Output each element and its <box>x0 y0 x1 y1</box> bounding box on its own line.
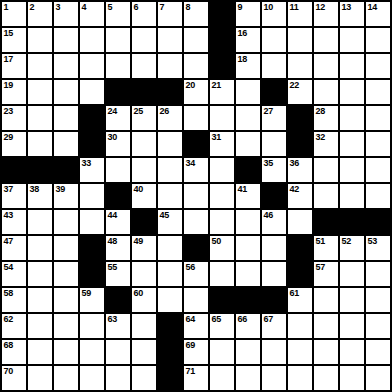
cell-r2c3[interactable] <box>54 28 78 52</box>
cell-r4c9[interactable]: 21 <box>210 80 234 104</box>
cell-r11c15[interactable] <box>366 262 390 286</box>
cell-r5c2[interactable] <box>28 106 52 130</box>
cell-r12c4[interactable]: 59 <box>80 288 104 312</box>
cell-r14c5[interactable] <box>106 340 130 364</box>
cell-r10c12 <box>288 236 312 260</box>
cell-r12c2[interactable] <box>28 288 52 312</box>
cell-r14c10[interactable] <box>236 340 260 364</box>
cell-r3c7[interactable] <box>158 54 182 78</box>
clue-number: 51 <box>316 236 325 246</box>
cell-r6c9[interactable]: 31 <box>210 132 234 156</box>
cell-r1c10[interactable]: 9 <box>236 2 260 26</box>
clue-number: 40 <box>134 184 143 194</box>
cell-r1c13[interactable]: 12 <box>314 2 338 26</box>
cell-r4c1[interactable]: 19 <box>2 80 26 104</box>
cell-r14c12[interactable] <box>288 340 312 364</box>
cell-r13c2[interactable] <box>28 314 52 338</box>
cell-r10c14[interactable]: 52 <box>340 236 364 260</box>
cell-r11c2[interactable] <box>28 262 52 286</box>
cell-r2c14[interactable] <box>340 28 364 52</box>
clue-number: 70 <box>4 366 13 376</box>
cell-r15c2[interactable] <box>28 366 52 390</box>
clue-number: 9 <box>238 2 243 12</box>
cell-r9c8[interactable] <box>184 210 208 234</box>
cell-r10c2[interactable] <box>28 236 52 260</box>
cell-r10c15[interactable]: 53 <box>366 236 390 260</box>
cell-r11c8[interactable]: 56 <box>184 262 208 286</box>
cell-r15c8[interactable]: 71 <box>184 366 208 390</box>
clue-number: 69 <box>186 340 195 350</box>
cell-r7c11[interactable]: 35 <box>262 158 286 182</box>
cell-r15c12[interactable] <box>288 366 312 390</box>
cell-r6c6[interactable] <box>132 132 156 156</box>
cell-r3c9 <box>210 54 234 78</box>
cell-r14c2[interactable] <box>28 340 52 364</box>
cell-r3c3[interactable] <box>54 54 78 78</box>
cell-r7c6[interactable] <box>132 158 156 182</box>
cell-r6c11[interactable] <box>262 132 286 156</box>
cell-r14c1[interactable]: 68 <box>2 340 26 364</box>
clue-number: 30 <box>108 132 117 142</box>
clue-number: 66 <box>238 314 247 324</box>
cell-r6c4 <box>80 132 104 156</box>
cell-r2c4[interactable] <box>80 28 104 52</box>
clue-number: 52 <box>342 236 351 246</box>
cell-r14c13[interactable] <box>314 340 338 364</box>
cell-r3c4[interactable] <box>80 54 104 78</box>
cell-r6c3[interactable] <box>54 132 78 156</box>
cell-r8c13[interactable] <box>314 184 338 208</box>
cell-r14c8[interactable]: 69 <box>184 340 208 364</box>
cell-r10c13[interactable]: 51 <box>314 236 338 260</box>
cell-r13c6[interactable] <box>132 314 156 338</box>
clue-number: 27 <box>264 106 273 116</box>
cell-r2c7[interactable] <box>158 28 182 52</box>
cell-r11c9[interactable] <box>210 262 234 286</box>
cell-r15c6[interactable] <box>132 366 156 390</box>
cell-r13c1[interactable]: 62 <box>2 314 26 338</box>
cell-r9c13 <box>314 210 338 234</box>
cell-r9c3[interactable] <box>54 210 78 234</box>
cell-r11c3[interactable] <box>54 262 78 286</box>
cell-r8c5 <box>106 184 130 208</box>
cell-r12c5 <box>106 288 130 312</box>
clue-number: 21 <box>212 80 221 90</box>
cell-r15c3[interactable] <box>54 366 78 390</box>
cell-r5c12 <box>288 106 312 130</box>
clue-number: 62 <box>4 314 13 324</box>
cell-r11c5[interactable]: 55 <box>106 262 130 286</box>
cell-r6c8 <box>184 132 208 156</box>
cell-r3c15[interactable] <box>366 54 390 78</box>
cell-r11c11[interactable] <box>262 262 286 286</box>
cell-r14c11[interactable] <box>262 340 286 364</box>
cell-r14c7 <box>158 340 182 364</box>
cell-r14c15[interactable] <box>366 340 390 364</box>
clue-number: 48 <box>108 236 117 246</box>
clue-number: 2 <box>30 2 35 12</box>
cell-r2c2[interactable] <box>28 28 52 52</box>
cell-r1c1[interactable]: 1 <box>2 2 26 26</box>
cell-r1c8[interactable]: 8 <box>184 2 208 26</box>
clue-number: 39 <box>56 184 65 194</box>
clue-number: 65 <box>212 314 221 324</box>
cell-r1c4[interactable]: 4 <box>80 2 104 26</box>
cell-r15c13[interactable] <box>314 366 338 390</box>
cell-r8c3[interactable]: 39 <box>54 184 78 208</box>
clue-number: 20 <box>186 80 195 90</box>
cell-r1c12[interactable]: 11 <box>288 2 312 26</box>
cell-r13c5[interactable]: 63 <box>106 314 130 338</box>
cell-r9c4[interactable] <box>80 210 104 234</box>
cell-r10c1[interactable]: 47 <box>2 236 26 260</box>
cell-r4c5 <box>106 80 130 104</box>
cell-r6c15[interactable] <box>366 132 390 156</box>
cell-r10c11[interactable] <box>262 236 286 260</box>
clue-number: 28 <box>316 106 325 116</box>
cell-r2c13[interactable] <box>314 28 338 52</box>
cell-r12c12[interactable]: 61 <box>288 288 312 312</box>
cell-r4c13[interactable] <box>314 80 338 104</box>
cell-r12c15[interactable] <box>366 288 390 312</box>
cell-r7c13[interactable] <box>314 158 338 182</box>
cell-r1c7[interactable]: 7 <box>158 2 182 26</box>
clue-number: 23 <box>4 106 13 116</box>
cell-r3c11[interactable] <box>262 54 286 78</box>
clue-number: 63 <box>108 314 117 324</box>
clue-number: 17 <box>4 54 13 64</box>
cell-r4c10[interactable] <box>236 80 260 104</box>
cell-r13c4[interactable] <box>80 314 104 338</box>
cell-r15c14[interactable] <box>340 366 364 390</box>
cell-r10c5[interactable]: 48 <box>106 236 130 260</box>
cell-r1c6[interactable]: 6 <box>132 2 156 26</box>
cell-r15c9[interactable] <box>210 366 234 390</box>
cell-r14c3[interactable] <box>54 340 78 364</box>
cell-r7c14[interactable] <box>340 158 364 182</box>
cell-r4c15[interactable] <box>366 80 390 104</box>
cell-r2c5[interactable] <box>106 28 130 52</box>
clue-number: 64 <box>186 314 195 324</box>
clue-number: 46 <box>264 210 273 220</box>
cell-r4c8[interactable]: 20 <box>184 80 208 104</box>
cell-r8c8[interactable] <box>184 184 208 208</box>
clue-number: 4 <box>82 2 87 12</box>
clue-number: 35 <box>264 158 273 168</box>
cell-r1c3[interactable]: 3 <box>54 2 78 26</box>
cell-r8c1[interactable]: 37 <box>2 184 26 208</box>
cell-r7c1 <box>2 158 26 182</box>
cell-r4c14[interactable] <box>340 80 364 104</box>
cell-r9c1[interactable]: 43 <box>2 210 26 234</box>
cell-r13c12[interactable] <box>288 314 312 338</box>
cell-r5c10[interactable] <box>236 106 260 130</box>
clue-number: 13 <box>342 2 351 12</box>
cell-r9c6 <box>132 210 156 234</box>
clue-number: 44 <box>108 210 117 220</box>
clue-number: 33 <box>82 158 91 168</box>
cell-r14c4[interactable] <box>80 340 104 364</box>
cell-r7c10 <box>236 158 260 182</box>
clue-number: 24 <box>108 106 117 116</box>
cell-r12c7[interactable] <box>158 288 182 312</box>
cell-r11c13[interactable]: 57 <box>314 262 338 286</box>
cell-r8c9[interactable] <box>210 184 234 208</box>
cell-r8c2[interactable]: 38 <box>28 184 52 208</box>
cell-r13c11[interactable]: 67 <box>262 314 286 338</box>
clue-number: 49 <box>134 236 143 246</box>
clue-number: 16 <box>238 28 247 38</box>
cell-r8c10[interactable]: 41 <box>236 184 260 208</box>
cell-r8c4[interactable] <box>80 184 104 208</box>
cell-r3c5[interactable] <box>106 54 130 78</box>
cell-r12c6[interactable]: 60 <box>132 288 156 312</box>
cell-r10c6[interactable]: 49 <box>132 236 156 260</box>
cell-r8c7[interactable] <box>158 184 182 208</box>
clue-number: 53 <box>368 236 377 246</box>
clue-number: 12 <box>316 2 325 12</box>
cell-r12c9 <box>210 288 234 312</box>
cell-r4c12[interactable]: 22 <box>288 80 312 104</box>
crossword-grid: 1234567891011121314151617181920212223242… <box>0 0 392 392</box>
clue-number: 38 <box>30 184 39 194</box>
cell-r5c13[interactable]: 28 <box>314 106 338 130</box>
cell-r12c13[interactable] <box>314 288 338 312</box>
cell-r6c7[interactable] <box>158 132 182 156</box>
cell-r9c2[interactable] <box>28 210 52 234</box>
cell-r1c2[interactable]: 2 <box>28 2 52 26</box>
cell-r7c2 <box>28 158 52 182</box>
cell-r7c5[interactable] <box>106 158 130 182</box>
cell-r10c8 <box>184 236 208 260</box>
cell-r13c13[interactable] <box>314 314 338 338</box>
clue-number: 67 <box>264 314 273 324</box>
clue-number: 19 <box>4 80 13 90</box>
cell-r15c11[interactable] <box>262 366 286 390</box>
clue-number: 41 <box>238 184 247 194</box>
cell-r8c12[interactable]: 42 <box>288 184 312 208</box>
cell-r11c12 <box>288 262 312 286</box>
cell-r10c4 <box>80 236 104 260</box>
cell-r5c5[interactable]: 24 <box>106 106 130 130</box>
cell-r4c4[interactable] <box>80 80 104 104</box>
cell-r5c4 <box>80 106 104 130</box>
cell-r4c2[interactable] <box>28 80 52 104</box>
cell-r6c2[interactable] <box>28 132 52 156</box>
cell-r2c6[interactable] <box>132 28 156 52</box>
cell-r7c15[interactable] <box>366 158 390 182</box>
cell-r10c3[interactable] <box>54 236 78 260</box>
cell-r12c3[interactable] <box>54 288 78 312</box>
cell-r9c5[interactable]: 44 <box>106 210 130 234</box>
cell-r11c6[interactable] <box>132 262 156 286</box>
cell-r2c1[interactable]: 15 <box>2 28 26 52</box>
clue-number: 10 <box>264 2 273 12</box>
clue-number: 58 <box>4 288 13 298</box>
cell-r3c2[interactable] <box>28 54 52 78</box>
clue-number: 18 <box>238 54 247 64</box>
cell-r2c15[interactable] <box>366 28 390 52</box>
cell-r6c14[interactable] <box>340 132 364 156</box>
cell-r15c1[interactable]: 70 <box>2 366 26 390</box>
cell-r12c14[interactable] <box>340 288 364 312</box>
clue-number: 37 <box>4 184 13 194</box>
cell-r13c7 <box>158 314 182 338</box>
clue-number: 22 <box>290 80 299 90</box>
cell-r6c5[interactable]: 30 <box>106 132 130 156</box>
cell-r15c4[interactable] <box>80 366 104 390</box>
cell-r5c9[interactable] <box>210 106 234 130</box>
clue-number: 31 <box>212 132 221 142</box>
clue-number: 26 <box>160 106 169 116</box>
cell-r12c10 <box>236 288 260 312</box>
cell-r3c6[interactable] <box>132 54 156 78</box>
cell-r4c6 <box>132 80 156 104</box>
cell-r2c10[interactable]: 16 <box>236 28 260 52</box>
clue-number: 29 <box>4 132 13 142</box>
clue-number: 1 <box>4 2 9 12</box>
cell-r5c1[interactable]: 23 <box>2 106 26 130</box>
cell-r1c5[interactable]: 5 <box>106 2 130 26</box>
clue-number: 61 <box>290 288 299 298</box>
cell-r1c11[interactable]: 10 <box>262 2 286 26</box>
cell-r15c10[interactable] <box>236 366 260 390</box>
clue-number: 68 <box>4 340 13 350</box>
clue-number: 14 <box>368 2 377 12</box>
cell-r10c7[interactable] <box>158 236 182 260</box>
clue-number: 7 <box>160 2 165 12</box>
cell-r13c10[interactable]: 66 <box>236 314 260 338</box>
cell-r11c14[interactable] <box>340 262 364 286</box>
clue-number: 50 <box>212 236 221 246</box>
cell-r14c14[interactable] <box>340 340 364 364</box>
clue-number: 60 <box>134 288 143 298</box>
cell-r1c14[interactable]: 13 <box>340 2 364 26</box>
cell-r9c9[interactable] <box>210 210 234 234</box>
clue-number: 57 <box>316 262 325 272</box>
cell-r15c7 <box>158 366 182 390</box>
clue-number: 3 <box>56 2 61 12</box>
clue-number: 71 <box>186 366 195 376</box>
clue-number: 43 <box>4 210 13 220</box>
clue-number: 47 <box>4 236 13 246</box>
cell-r7c12[interactable]: 36 <box>288 158 312 182</box>
clue-number: 59 <box>82 288 91 298</box>
cell-r3c8[interactable] <box>184 54 208 78</box>
clue-number: 32 <box>316 132 325 142</box>
cell-r11c4 <box>80 262 104 286</box>
cell-r10c10[interactable] <box>236 236 260 260</box>
cell-r6c10[interactable] <box>236 132 260 156</box>
cell-r9c12[interactable] <box>288 210 312 234</box>
cell-r1c9 <box>210 2 234 26</box>
cell-r7c4[interactable]: 33 <box>80 158 104 182</box>
cell-r9c11[interactable]: 46 <box>262 210 286 234</box>
cell-r8c11 <box>262 184 286 208</box>
clue-number: 25 <box>134 106 143 116</box>
cell-r8c14[interactable] <box>340 184 364 208</box>
cell-r6c12 <box>288 132 312 156</box>
cell-r5c15[interactable] <box>366 106 390 130</box>
clue-number: 55 <box>108 262 117 272</box>
clue-number: 5 <box>108 2 113 12</box>
cell-r14c6[interactable] <box>132 340 156 364</box>
cell-r5c7[interactable]: 26 <box>158 106 182 130</box>
clue-number: 56 <box>186 262 195 272</box>
cell-r12c8[interactable] <box>184 288 208 312</box>
cell-r9c7[interactable]: 45 <box>158 210 182 234</box>
cell-r4c7 <box>158 80 182 104</box>
cell-r15c15[interactable] <box>366 366 390 390</box>
clue-number: 45 <box>160 210 169 220</box>
cell-r3c14[interactable] <box>340 54 364 78</box>
cell-r2c12[interactable] <box>288 28 312 52</box>
cell-r13c3[interactable] <box>54 314 78 338</box>
cell-r9c10[interactable] <box>236 210 260 234</box>
clue-number: 34 <box>186 158 195 168</box>
cell-r2c8[interactable] <box>184 28 208 52</box>
cell-r8c15[interactable] <box>366 184 390 208</box>
cell-r13c9[interactable]: 65 <box>210 314 234 338</box>
cell-r4c11 <box>262 80 286 104</box>
cell-r7c8[interactable]: 34 <box>184 158 208 182</box>
cell-r11c7[interactable] <box>158 262 182 286</box>
cell-r3c10[interactable]: 18 <box>236 54 260 78</box>
cell-r5c6[interactable]: 25 <box>132 106 156 130</box>
cell-r11c10[interactable] <box>236 262 260 286</box>
clue-number: 36 <box>290 158 299 168</box>
cell-r2c11[interactable] <box>262 28 286 52</box>
cell-r5c14[interactable] <box>340 106 364 130</box>
clue-number: 54 <box>4 262 13 272</box>
cell-r5c8[interactable] <box>184 106 208 130</box>
cell-r13c14[interactable] <box>340 314 364 338</box>
cell-r13c8[interactable]: 64 <box>184 314 208 338</box>
cell-r12c1[interactable]: 58 <box>2 288 26 312</box>
cell-r15c5[interactable] <box>106 366 130 390</box>
cell-r4c3[interactable] <box>54 80 78 104</box>
cell-r6c1[interactable]: 29 <box>2 132 26 156</box>
cell-r11c1[interactable]: 54 <box>2 262 26 286</box>
cell-r1c15[interactable]: 14 <box>366 2 390 26</box>
cell-r5c11[interactable]: 27 <box>262 106 286 130</box>
cell-r7c7[interactable] <box>158 158 182 182</box>
cell-r9c14 <box>340 210 364 234</box>
cell-r12c11 <box>262 288 286 312</box>
clue-number: 8 <box>186 2 191 12</box>
clue-number: 15 <box>4 28 13 38</box>
cell-r6c13[interactable]: 32 <box>314 132 338 156</box>
cell-r2c9 <box>210 28 234 52</box>
cell-r7c9[interactable] <box>210 158 234 182</box>
cell-r5c3[interactable] <box>54 106 78 130</box>
cell-r3c13[interactable] <box>314 54 338 78</box>
cell-r7c3 <box>54 158 78 182</box>
cell-r8c6[interactable]: 40 <box>132 184 156 208</box>
cell-r10c9[interactable]: 50 <box>210 236 234 260</box>
clue-number: 6 <box>134 2 139 12</box>
cell-r3c12[interactable] <box>288 54 312 78</box>
cell-r3c1[interactable]: 17 <box>2 54 26 78</box>
cell-r13c15[interactable] <box>366 314 390 338</box>
cell-r14c9[interactable] <box>210 340 234 364</box>
clue-number: 11 <box>290 2 299 12</box>
cell-r9c15 <box>366 210 390 234</box>
clue-number: 42 <box>290 184 299 194</box>
